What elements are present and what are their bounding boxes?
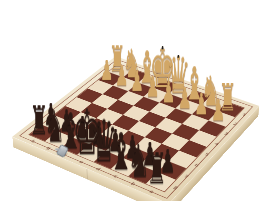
board-top-face: ♜♞♝♚♛♝♞♜♟♟♟♟♟♟♟♟♟♟♟♟♟♟♟♟♜♞♝♚♛♝♞♜ hgfedcb… (12, 56, 259, 201)
clasp-hook (55, 148, 61, 150)
scene: ♜♞♝♚♛♝♞♜♟♟♟♟♟♟♟♟♟♟♟♟♟♟♟♟♜♞♝♚♛♝♞♜ hgfedcb… (0, 0, 268, 201)
chess-board: ♜♞♝♚♛♝♞♜♟♟♟♟♟♟♟♟♟♟♟♟♟♟♟♟♜♞♝♚♛♝♞♜ hgfedcb… (12, 56, 259, 201)
board-grid: ♜♞♝♚♛♝♞♜♟♟♟♟♟♟♟♟♟♟♟♟♟♟♟♟♜♞♝♚♛♝♞♜ (30, 64, 244, 191)
product-photo: ♜♞♝♚♛♝♞♜♟♟♟♟♟♟♟♟♟♟♟♟♟♟♟♟♜♞♝♚♛♝♞♜ hgfedcb… (0, 0, 268, 201)
